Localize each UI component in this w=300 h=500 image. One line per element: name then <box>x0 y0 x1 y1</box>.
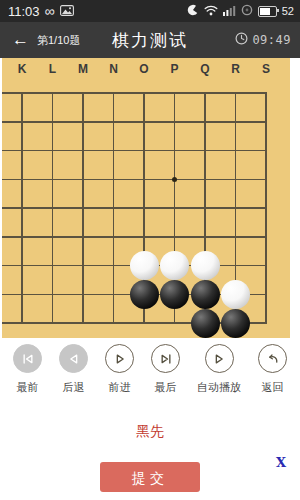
column-label: K <box>12 62 32 76</box>
infinity-icon: ∞ <box>45 6 55 16</box>
black-stone <box>130 280 159 309</box>
column-label: L <box>43 62 63 76</box>
white-stone <box>191 251 220 280</box>
close-x[interactable]: X <box>276 455 286 470</box>
black-stone <box>221 309 250 338</box>
battery-percent: 52 <box>282 5 294 17</box>
nav-bar: ← 第1/10题 棋力测试 09:49 <box>0 22 300 58</box>
white-stone <box>130 251 159 280</box>
wifi-icon <box>204 2 218 20</box>
playback-controls: 最前 后退 前进 最后 <box>0 338 300 395</box>
submit-button[interactable]: 提交 <box>100 462 200 492</box>
column-label: R <box>226 62 246 76</box>
clock-icon <box>235 31 248 49</box>
white-stone <box>160 251 189 280</box>
star-point <box>172 177 177 182</box>
undo-icon[interactable] <box>258 344 287 373</box>
signal-icon <box>223 2 236 20</box>
column-label: P <box>165 62 185 76</box>
control-last[interactable]: 最后 <box>151 344 180 395</box>
go-board[interactable]: KLMNOPQRS <box>2 58 290 338</box>
column-label: S <box>256 62 276 76</box>
black-stone <box>191 280 220 309</box>
column-label: Q <box>195 62 215 76</box>
control-label: 最后 <box>155 380 177 395</box>
battery-icon <box>258 6 277 17</box>
black-stone <box>191 309 220 338</box>
status-time: 11:03 <box>8 4 40 19</box>
question-counter: 第1/10题 <box>37 33 80 48</box>
white-stone <box>221 280 250 309</box>
control-label: 返回 <box>262 380 284 395</box>
countdown-timer: 09:49 <box>235 31 300 49</box>
control-label: 前进 <box>109 380 131 395</box>
column-label: O <box>134 62 154 76</box>
step-back-icon[interactable] <box>59 344 88 373</box>
status-bar: 11:03 ∞ <box>0 0 300 22</box>
step-forward-icon[interactable] <box>105 344 134 373</box>
autoplay-icon[interactable] <box>205 344 234 373</box>
alarm-icon <box>241 2 253 20</box>
timer-value: 09:49 <box>252 33 291 47</box>
data-saver-icon <box>187 2 199 20</box>
column-label: M <box>73 62 93 76</box>
turn-indicator: 黑先 <box>0 423 300 441</box>
skip-back-icon[interactable] <box>13 344 42 373</box>
app-root: 11:03 ∞ <box>0 0 300 500</box>
control-autoplay[interactable]: 自动播放 <box>197 344 241 395</box>
back-arrow-icon[interactable]: ← <box>0 30 37 50</box>
control-back[interactable]: 后退 <box>59 344 88 395</box>
control-return[interactable]: 返回 <box>258 344 287 395</box>
column-label: N <box>104 62 124 76</box>
control-label: 最前 <box>17 380 39 395</box>
control-label: 后退 <box>63 380 85 395</box>
image-icon <box>60 2 74 20</box>
black-stone <box>160 280 189 309</box>
control-forward[interactable]: 前进 <box>105 344 134 395</box>
skip-forward-icon[interactable] <box>151 344 180 373</box>
control-label: 自动播放 <box>197 380 241 395</box>
control-first[interactable]: 最前 <box>13 344 42 395</box>
